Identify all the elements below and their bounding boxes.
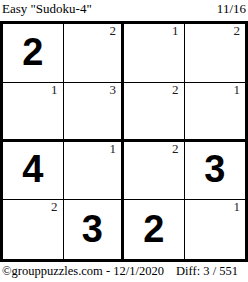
puzzle-title: Easy "Sudoku-4" [2, 1, 92, 17]
cell-r2c2: 3 [64, 83, 125, 142]
cell-r3c1: 4 [3, 142, 64, 201]
cell-r3c2: 1 [64, 142, 125, 201]
cell-r4c4: 1 [185, 200, 246, 259]
corner-mark: 1 [234, 83, 241, 97]
cell-r2c3: 2 [124, 83, 185, 142]
cell-r2c1: 1 [3, 83, 64, 142]
cell-r1c1: 2 [3, 24, 64, 83]
corner-mark: 1 [234, 200, 241, 214]
given-digit: 4 [3, 142, 63, 200]
cell-r1c4: 2 [185, 24, 246, 83]
corner-mark: 3 [110, 83, 117, 97]
cell-r2c4: 1 [185, 83, 246, 142]
cell-r3c4: 3 [185, 142, 246, 201]
cell-r4c3: 2 [124, 200, 185, 259]
corner-mark: 2 [172, 142, 179, 156]
corner-mark: 2 [172, 83, 179, 97]
corner-mark: 2 [51, 200, 58, 214]
corner-mark: 2 [110, 24, 117, 38]
given-digit: 3 [64, 200, 122, 259]
corner-mark: 1 [172, 24, 179, 38]
cell-r3c3: 2 [124, 142, 185, 201]
corner-mark: 1 [51, 83, 58, 97]
page-footer: ©grouppuzzles.com - 12/1/2020 Diff: 3 / … [0, 262, 248, 282]
page-number: 11/16 [217, 1, 246, 17]
given-digit: 3 [185, 142, 246, 200]
given-digit: 2 [3, 24, 63, 82]
difficulty-text: Diff: 3 / 551 [176, 264, 238, 279]
given-digit: 2 [124, 200, 184, 259]
sudoku-board: 2 2 1 2 1 3 2 1 4 1 2 3 2 3 2 1 [0, 21, 248, 262]
cell-r4c2: 3 [64, 200, 125, 259]
corner-mark: 2 [234, 24, 241, 38]
cell-r1c3: 1 [124, 24, 185, 83]
cell-r1c2: 2 [64, 24, 125, 83]
corner-mark: 1 [110, 142, 117, 156]
page-header: Easy "Sudoku-4" 11/16 [0, 0, 248, 21]
cell-r4c1: 2 [3, 200, 64, 259]
copyright-text: ©grouppuzzles.com - 12/1/2020 [2, 264, 164, 279]
